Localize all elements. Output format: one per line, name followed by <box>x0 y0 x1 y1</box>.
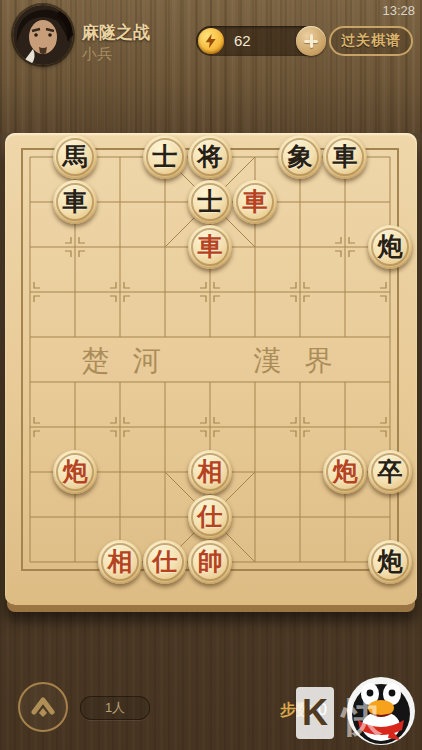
piece-black-horse[interactable]: 馬 <box>53 135 97 179</box>
piece-layer: 馬士将象車車士車車炮炮相炮卒仕相仕帥炮 <box>5 133 417 605</box>
piece-black-cannon[interactable]: 炮 <box>368 540 412 584</box>
piece-black-cannon[interactable]: 炮 <box>368 225 412 269</box>
piece-glyph: 車 <box>198 225 223 269</box>
piece-black-chariot[interactable]: 車 <box>53 180 97 224</box>
piece-black-general[interactable]: 将 <box>188 135 232 179</box>
piece-black-advisor[interactable]: 士 <box>188 180 232 224</box>
piece-glyph: 馬 <box>63 135 88 179</box>
piece-glyph: 炮 <box>333 450 358 494</box>
piece-glyph: 相 <box>108 540 133 584</box>
watermark-text: 快用 <box>342 690 422 750</box>
energy-value: 62 <box>234 32 251 49</box>
level-manual-button[interactable]: 过关棋谱 <box>329 26 413 56</box>
clock-time: 13:28 <box>382 3 415 18</box>
avatar-face-icon <box>13 5 73 65</box>
piece-glyph: 車 <box>333 135 358 179</box>
piece-glyph: 炮 <box>378 225 403 269</box>
players-count-label: 1人 <box>105 699 125 717</box>
piece-glyph: 帥 <box>198 540 223 584</box>
piece-glyph: 炮 <box>63 450 88 494</box>
piece-red-cannon[interactable]: 炮 <box>323 450 367 494</box>
piece-red-advisor[interactable]: 仕 <box>143 540 187 584</box>
piece-red-elephant[interactable]: 相 <box>98 540 142 584</box>
piece-glyph: 将 <box>198 135 223 179</box>
piece-glyph: 炮 <box>378 540 403 584</box>
avatar[interactable] <box>13 5 73 65</box>
app-screen: 13:28 麻隧之战 小兵 62 过关棋谱 <box>0 0 422 750</box>
piece-glyph: 相 <box>198 450 223 494</box>
piece-black-elephant[interactable]: 象 <box>278 135 322 179</box>
rank-label: 小兵 <box>82 45 112 64</box>
watermark-k-letter: K <box>302 692 328 734</box>
piece-black-soldier[interactable]: 卒 <box>368 450 412 494</box>
piece-glyph: 象 <box>288 135 313 179</box>
piece-glyph: 士 <box>153 135 178 179</box>
piece-black-advisor[interactable]: 士 <box>143 135 187 179</box>
piece-red-general[interactable]: 帥 <box>188 540 232 584</box>
xiangqi-board[interactable]: 楚 河 漢 界 馬士将象車車士車車炮炮相炮卒仕相仕帥炮 <box>5 133 417 605</box>
piece-red-cannon[interactable]: 炮 <box>53 450 97 494</box>
piece-glyph: 車 <box>243 180 268 224</box>
piece-glyph: 仕 <box>198 495 223 539</box>
watermark-k-badge: K <box>296 687 334 739</box>
players-tab[interactable]: 1人 <box>80 696 150 720</box>
chevron-up-icon <box>28 694 58 720</box>
level-title: 麻隧之战 <box>82 21 150 44</box>
piece-glyph: 仕 <box>153 540 178 584</box>
piece-black-chariot[interactable]: 車 <box>323 135 367 179</box>
piece-glyph: 士 <box>198 180 223 224</box>
piece-red-advisor[interactable]: 仕 <box>188 495 232 539</box>
piece-glyph: 卒 <box>378 450 403 494</box>
add-energy-button[interactable] <box>296 26 326 56</box>
piece-red-elephant[interactable]: 相 <box>188 450 232 494</box>
piece-red-chariot[interactable]: 車 <box>233 180 277 224</box>
piece-red-chariot[interactable]: 車 <box>188 225 232 269</box>
lightning-icon <box>198 28 224 54</box>
expand-button[interactable] <box>18 682 68 732</box>
piece-glyph: 車 <box>63 180 88 224</box>
